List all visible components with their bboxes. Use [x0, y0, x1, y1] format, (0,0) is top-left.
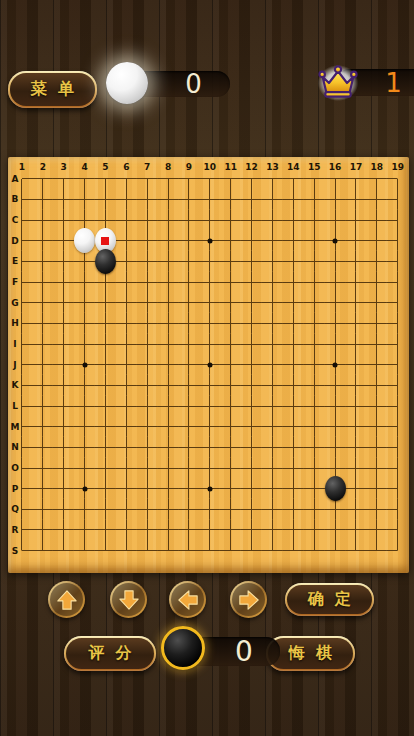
board-cell-B11[interactable] — [220, 189, 241, 210]
board-cell-J8[interactable] — [158, 354, 179, 375]
board-cell-G5[interactable] — [95, 292, 116, 313]
board-cell-I3[interactable] — [53, 334, 74, 355]
board-cell-C17[interactable] — [346, 210, 367, 231]
board-cell-E17[interactable] — [346, 251, 367, 272]
board-cell-N6[interactable] — [116, 437, 137, 458]
board-cell-K1[interactable] — [12, 375, 33, 396]
board-cell-I14[interactable] — [283, 334, 304, 355]
board-cell-A9[interactable] — [179, 169, 200, 190]
board-cell-B2[interactable] — [32, 189, 53, 210]
board-cell-Q14[interactable] — [283, 499, 304, 520]
board-cell-F11[interactable] — [220, 272, 241, 293]
board-cell-S6[interactable] — [116, 540, 137, 561]
board-cell-M4[interactable] — [74, 416, 95, 437]
board-cell-Q3[interactable] — [53, 499, 74, 520]
board-cell-B19[interactable] — [387, 189, 408, 210]
board-cell-G14[interactable] — [283, 292, 304, 313]
board-cell-D8[interactable] — [158, 230, 179, 251]
board-cell-S4[interactable] — [74, 540, 95, 561]
board-cell-K9[interactable] — [179, 375, 200, 396]
board-cell-E18[interactable] — [366, 251, 387, 272]
board-cell-S16[interactable] — [325, 540, 346, 561]
board-cell-J17[interactable] — [346, 354, 367, 375]
board-cell-D13[interactable] — [262, 230, 283, 251]
board-cell-S2[interactable] — [32, 540, 53, 561]
board-cell-O1[interactable] — [12, 458, 33, 479]
board-cell-F6[interactable] — [116, 272, 137, 293]
board-cell-G12[interactable] — [241, 292, 262, 313]
board-cell-A2[interactable] — [32, 169, 53, 190]
board-cell-K12[interactable] — [241, 375, 262, 396]
board-cell-R18[interactable] — [366, 520, 387, 541]
board-cell-N2[interactable] — [32, 437, 53, 458]
board-cell-L5[interactable] — [95, 396, 116, 417]
board-cell-K2[interactable] — [32, 375, 53, 396]
board-cell-L15[interactable] — [304, 396, 325, 417]
board-cell-F15[interactable] — [304, 272, 325, 293]
board-cell-D14[interactable] — [283, 230, 304, 251]
board-cell-B8[interactable] — [158, 189, 179, 210]
board-cell-K6[interactable] — [116, 375, 137, 396]
board-cell-O9[interactable] — [179, 458, 200, 479]
board-cell-C9[interactable] — [179, 210, 200, 231]
board-cell-O15[interactable] — [304, 458, 325, 479]
board-cell-F7[interactable] — [137, 272, 158, 293]
board-cell-Q18[interactable] — [366, 499, 387, 520]
board-cell-J16[interactable] — [325, 354, 346, 375]
board-cell-I6[interactable] — [116, 334, 137, 355]
board-cell-M16[interactable] — [325, 416, 346, 437]
board-cell-M12[interactable] — [241, 416, 262, 437]
board-cell-S17[interactable] — [346, 540, 367, 561]
board-cell-A1[interactable] — [12, 169, 33, 190]
board-cell-C10[interactable] — [199, 210, 220, 231]
board-cell-S18[interactable] — [366, 540, 387, 561]
board-cell-L7[interactable] — [137, 396, 158, 417]
board-cell-M10[interactable] — [199, 416, 220, 437]
board-cell-F8[interactable] — [158, 272, 179, 293]
board-cell-L12[interactable] — [241, 396, 262, 417]
board-cell-B1[interactable] — [12, 189, 33, 210]
board-cell-L13[interactable] — [262, 396, 283, 417]
board-cell-G1[interactable] — [12, 292, 33, 313]
board-cell-N14[interactable] — [283, 437, 304, 458]
board-cell-N1[interactable] — [12, 437, 33, 458]
board-cell-J12[interactable] — [241, 354, 262, 375]
board-cell-D3[interactable] — [53, 230, 74, 251]
board-cell-E10[interactable] — [199, 251, 220, 272]
board-cell-M9[interactable] — [179, 416, 200, 437]
board-cell-P16[interactable] — [325, 478, 346, 499]
board-cell-O7[interactable] — [137, 458, 158, 479]
board-cell-F10[interactable] — [199, 272, 220, 293]
board-cell-O6[interactable] — [116, 458, 137, 479]
board-cell-N5[interactable] — [95, 437, 116, 458]
board-cell-P2[interactable] — [32, 478, 53, 499]
board-cell-R13[interactable] — [262, 520, 283, 541]
board-cell-O5[interactable] — [95, 458, 116, 479]
board-cell-A5[interactable] — [95, 169, 116, 190]
board-cell-Q19[interactable] — [387, 499, 408, 520]
board-cell-M2[interactable] — [32, 416, 53, 437]
board-cell-N12[interactable] — [241, 437, 262, 458]
board-cell-D16[interactable] — [325, 230, 346, 251]
board-cell-O4[interactable] — [74, 458, 95, 479]
board-cell-P17[interactable] — [346, 478, 367, 499]
board-cell-R10[interactable] — [199, 520, 220, 541]
board-cell-P12[interactable] — [241, 478, 262, 499]
board-cell-K17[interactable] — [346, 375, 367, 396]
board-cell-L8[interactable] — [158, 396, 179, 417]
board-cell-E19[interactable] — [387, 251, 408, 272]
board-cell-H7[interactable] — [137, 313, 158, 334]
board-cell-A16[interactable] — [325, 169, 346, 190]
board-cell-P7[interactable] — [137, 478, 158, 499]
board-cell-N10[interactable] — [199, 437, 220, 458]
board-cell-S13[interactable] — [262, 540, 283, 561]
board-cell-F3[interactable] — [53, 272, 74, 293]
board-cell-H19[interactable] — [387, 313, 408, 334]
board-cell-E4[interactable] — [74, 251, 95, 272]
board-cell-B5[interactable] — [95, 189, 116, 210]
board-cell-I7[interactable] — [137, 334, 158, 355]
board-cell-J10[interactable] — [199, 354, 220, 375]
board-cell-D12[interactable] — [241, 230, 262, 251]
board-cell-B10[interactable] — [199, 189, 220, 210]
menu-button[interactable]: 菜单 — [8, 71, 97, 108]
board-cell-K3[interactable] — [53, 375, 74, 396]
board-cell-S9[interactable] — [179, 540, 200, 561]
board-cell-H10[interactable] — [199, 313, 220, 334]
board-cell-G6[interactable] — [116, 292, 137, 313]
board-cell-P18[interactable] — [366, 478, 387, 499]
board-cell-P11[interactable] — [220, 478, 241, 499]
board-cell-S11[interactable] — [220, 540, 241, 561]
board-cell-K11[interactable] — [220, 375, 241, 396]
board-cell-P8[interactable] — [158, 478, 179, 499]
board-cell-F9[interactable] — [179, 272, 200, 293]
board-cell-H13[interactable] — [262, 313, 283, 334]
board-cell-F17[interactable] — [346, 272, 367, 293]
board-cell-H2[interactable] — [32, 313, 53, 334]
board-cell-I15[interactable] — [304, 334, 325, 355]
board-cell-H1[interactable] — [12, 313, 33, 334]
board-cell-S14[interactable] — [283, 540, 304, 561]
board-cell-P10[interactable] — [199, 478, 220, 499]
board-cell-Q9[interactable] — [179, 499, 200, 520]
board-cell-P3[interactable] — [53, 478, 74, 499]
board-cell-G8[interactable] — [158, 292, 179, 313]
board-cell-J6[interactable] — [116, 354, 137, 375]
board-cell-M1[interactable] — [12, 416, 33, 437]
board-cell-I8[interactable] — [158, 334, 179, 355]
board-cell-M3[interactable] — [53, 416, 74, 437]
board-cell-I10[interactable] — [199, 334, 220, 355]
board-cell-I19[interactable] — [387, 334, 408, 355]
board-cell-R7[interactable] — [137, 520, 158, 541]
board-cell-B7[interactable] — [137, 189, 158, 210]
board-cell-R12[interactable] — [241, 520, 262, 541]
board-cell-D11[interactable] — [220, 230, 241, 251]
board-cell-R15[interactable] — [304, 520, 325, 541]
board-cell-L2[interactable] — [32, 396, 53, 417]
board-cell-Q12[interactable] — [241, 499, 262, 520]
board-cell-G4[interactable] — [74, 292, 95, 313]
board-cell-S12[interactable] — [241, 540, 262, 561]
board-cell-C13[interactable] — [262, 210, 283, 231]
board-cell-A7[interactable] — [137, 169, 158, 190]
board-cell-Q17[interactable] — [346, 499, 367, 520]
board-cell-K10[interactable] — [199, 375, 220, 396]
board-cell-B17[interactable] — [346, 189, 367, 210]
board-cell-G19[interactable] — [387, 292, 408, 313]
board-cell-E14[interactable] — [283, 251, 304, 272]
board-cell-P1[interactable] — [12, 478, 33, 499]
board-cell-C11[interactable] — [220, 210, 241, 231]
board-cell-I16[interactable] — [325, 334, 346, 355]
board-cell-Q16[interactable] — [325, 499, 346, 520]
board-cell-H18[interactable] — [366, 313, 387, 334]
board-cell-L10[interactable] — [199, 396, 220, 417]
board-cell-G16[interactable] — [325, 292, 346, 313]
board-cell-G10[interactable] — [199, 292, 220, 313]
board-cell-H11[interactable] — [220, 313, 241, 334]
board-cell-S5[interactable] — [95, 540, 116, 561]
board-cell-E1[interactable] — [12, 251, 33, 272]
board-cell-I12[interactable] — [241, 334, 262, 355]
board-cell-C19[interactable] — [387, 210, 408, 231]
board-cell-J7[interactable] — [137, 354, 158, 375]
board-cell-R5[interactable] — [95, 520, 116, 541]
move-up-button[interactable] — [48, 581, 85, 618]
board-cell-N17[interactable] — [346, 437, 367, 458]
board-cell-M19[interactable] — [387, 416, 408, 437]
board-cell-K13[interactable] — [262, 375, 283, 396]
board-cell-A19[interactable] — [387, 169, 408, 190]
board-cell-D15[interactable] — [304, 230, 325, 251]
board-cell-A18[interactable] — [366, 169, 387, 190]
board-cell-L19[interactable] — [387, 396, 408, 417]
board-cell-J14[interactable] — [283, 354, 304, 375]
board-cell-Q7[interactable] — [137, 499, 158, 520]
confirm-button[interactable]: 确定 — [285, 583, 374, 616]
board-cell-L17[interactable] — [346, 396, 367, 417]
board-cell-A8[interactable] — [158, 169, 179, 190]
board-cell-G13[interactable] — [262, 292, 283, 313]
board-cell-L14[interactable] — [283, 396, 304, 417]
board-cell-M18[interactable] — [366, 416, 387, 437]
board-cell-R3[interactable] — [53, 520, 74, 541]
board-cell-C12[interactable] — [241, 210, 262, 231]
board-cell-E6[interactable] — [116, 251, 137, 272]
board-cell-Q15[interactable] — [304, 499, 325, 520]
board-cell-S1[interactable] — [12, 540, 33, 561]
board-cell-F13[interactable] — [262, 272, 283, 293]
board-cell-K14[interactable] — [283, 375, 304, 396]
board-cell-N7[interactable] — [137, 437, 158, 458]
board-cell-P13[interactable] — [262, 478, 283, 499]
board-cell-G9[interactable] — [179, 292, 200, 313]
board-cell-S3[interactable] — [53, 540, 74, 561]
board-cell-F14[interactable] — [283, 272, 304, 293]
board-cell-Q5[interactable] — [95, 499, 116, 520]
board-cell-B4[interactable] — [74, 189, 95, 210]
board-cell-C15[interactable] — [304, 210, 325, 231]
board-cell-K19[interactable] — [387, 375, 408, 396]
board-cell-E12[interactable] — [241, 251, 262, 272]
board-cell-H4[interactable] — [74, 313, 95, 334]
board-cell-B18[interactable] — [366, 189, 387, 210]
board-cell-S7[interactable] — [137, 540, 158, 561]
board-cell-B12[interactable] — [241, 189, 262, 210]
board-cell-N8[interactable] — [158, 437, 179, 458]
board-cell-M7[interactable] — [137, 416, 158, 437]
board-cell-C6[interactable] — [116, 210, 137, 231]
board-cell-S19[interactable] — [387, 540, 408, 561]
board-cell-A13[interactable] — [262, 169, 283, 190]
board-cell-G7[interactable] — [137, 292, 158, 313]
board-cell-G15[interactable] — [304, 292, 325, 313]
board-cell-J4[interactable] — [74, 354, 95, 375]
board-cell-B6[interactable] — [116, 189, 137, 210]
board-cell-K8[interactable] — [158, 375, 179, 396]
board-cell-J18[interactable] — [366, 354, 387, 375]
board-cell-F12[interactable] — [241, 272, 262, 293]
board-cell-E9[interactable] — [179, 251, 200, 272]
board-cell-D7[interactable] — [137, 230, 158, 251]
board-cell-B9[interactable] — [179, 189, 200, 210]
board-cell-S15[interactable] — [304, 540, 325, 561]
board-cell-Q10[interactable] — [199, 499, 220, 520]
board-cell-I9[interactable] — [179, 334, 200, 355]
board-cell-L11[interactable] — [220, 396, 241, 417]
board-cell-B13[interactable] — [262, 189, 283, 210]
board-cell-J1[interactable] — [12, 354, 33, 375]
board-cell-Q4[interactable] — [74, 499, 95, 520]
board-cell-O17[interactable] — [346, 458, 367, 479]
board-cell-E15[interactable] — [304, 251, 325, 272]
board-cell-M13[interactable] — [262, 416, 283, 437]
board-cell-I11[interactable] — [220, 334, 241, 355]
board-cell-F18[interactable] — [366, 272, 387, 293]
board-cell-O10[interactable] — [199, 458, 220, 479]
board-cell-A15[interactable] — [304, 169, 325, 190]
board-cell-L6[interactable] — [116, 396, 137, 417]
board-cell-G17[interactable] — [346, 292, 367, 313]
move-right-button[interactable] — [230, 581, 267, 618]
board-cell-R16[interactable] — [325, 520, 346, 541]
board-cell-R11[interactable] — [220, 520, 241, 541]
board-cell-R8[interactable] — [158, 520, 179, 541]
board-cell-N16[interactable] — [325, 437, 346, 458]
board-cell-O19[interactable] — [387, 458, 408, 479]
board-cell-G2[interactable] — [32, 292, 53, 313]
board-cell-R1[interactable] — [12, 520, 33, 541]
board-cell-M5[interactable] — [95, 416, 116, 437]
board-cell-E13[interactable] — [262, 251, 283, 272]
board-cell-K5[interactable] — [95, 375, 116, 396]
board-cell-H14[interactable] — [283, 313, 304, 334]
board-cell-P14[interactable] — [283, 478, 304, 499]
board-cell-E2[interactable] — [32, 251, 53, 272]
board-cell-S10[interactable] — [199, 540, 220, 561]
board-cell-H8[interactable] — [158, 313, 179, 334]
board-cell-A10[interactable] — [199, 169, 220, 190]
board-cell-A6[interactable] — [116, 169, 137, 190]
board-cell-C3[interactable] — [53, 210, 74, 231]
board-cell-H9[interactable] — [179, 313, 200, 334]
board-cell-K16[interactable] — [325, 375, 346, 396]
board-cell-O18[interactable] — [366, 458, 387, 479]
board-cell-H12[interactable] — [241, 313, 262, 334]
board-cell-Q13[interactable] — [262, 499, 283, 520]
board-cell-B16[interactable] — [325, 189, 346, 210]
board-cell-N19[interactable] — [387, 437, 408, 458]
board-cell-M8[interactable] — [158, 416, 179, 437]
board-cell-Q6[interactable] — [116, 499, 137, 520]
board-cell-C7[interactable] — [137, 210, 158, 231]
board-cell-E8[interactable] — [158, 251, 179, 272]
board-cell-C1[interactable] — [12, 210, 33, 231]
board-cell-R9[interactable] — [179, 520, 200, 541]
board-cell-C2[interactable] — [32, 210, 53, 231]
board-cell-F2[interactable] — [32, 272, 53, 293]
board-cell-D10[interactable] — [199, 230, 220, 251]
board-cell-F5[interactable] — [95, 272, 116, 293]
board-cell-Q1[interactable] — [12, 499, 33, 520]
board-cell-A14[interactable] — [283, 169, 304, 190]
board-cell-S8[interactable] — [158, 540, 179, 561]
board-cell-H3[interactable] — [53, 313, 74, 334]
board-cell-A3[interactable] — [53, 169, 74, 190]
board-cell-J5[interactable] — [95, 354, 116, 375]
board-cell-P19[interactable] — [387, 478, 408, 499]
board-cell-C14[interactable] — [283, 210, 304, 231]
board-cell-N18[interactable] — [366, 437, 387, 458]
board-cell-O13[interactable] — [262, 458, 283, 479]
board-cell-L4[interactable] — [74, 396, 95, 417]
board-cell-I18[interactable] — [366, 334, 387, 355]
board-cell-I4[interactable] — [74, 334, 95, 355]
board-cell-N9[interactable] — [179, 437, 200, 458]
board-cell-L9[interactable] — [179, 396, 200, 417]
score-button[interactable]: 评分 — [64, 636, 156, 671]
board-cell-L1[interactable] — [12, 396, 33, 417]
board-cell-A4[interactable] — [74, 169, 95, 190]
board-cell-I1[interactable] — [12, 334, 33, 355]
board-cell-M11[interactable] — [220, 416, 241, 437]
board-cell-A17[interactable] — [346, 169, 367, 190]
board-cell-H6[interactable] — [116, 313, 137, 334]
board-cell-N3[interactable] — [53, 437, 74, 458]
board-cell-C18[interactable] — [366, 210, 387, 231]
move-left-button[interactable] — [169, 581, 206, 618]
board-cell-M6[interactable] — [116, 416, 137, 437]
board-cell-A11[interactable] — [220, 169, 241, 190]
board-cell-K18[interactable] — [366, 375, 387, 396]
board-cell-J2[interactable] — [32, 354, 53, 375]
move-down-button[interactable] — [110, 581, 147, 618]
board-cell-P15[interactable] — [304, 478, 325, 499]
board-cell-M15[interactable] — [304, 416, 325, 437]
board-cell-P9[interactable] — [179, 478, 200, 499]
board-cell-G18[interactable] — [366, 292, 387, 313]
board-cell-J13[interactable] — [262, 354, 283, 375]
board-cell-P6[interactable] — [116, 478, 137, 499]
board-cell-F19[interactable] — [387, 272, 408, 293]
board-cell-E16[interactable] — [325, 251, 346, 272]
board-cell-Q11[interactable] — [220, 499, 241, 520]
